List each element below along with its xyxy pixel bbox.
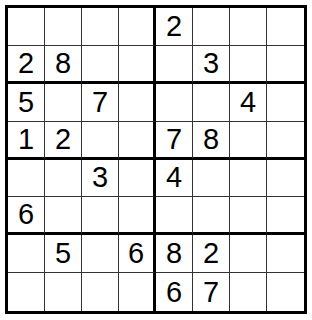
cell-r1c1-empty[interactable] [8,8,45,46]
cell-r7c6-given: 2 [193,235,230,273]
cell-r3c5-empty[interactable] [156,84,193,122]
cell-r6c4-empty[interactable] [119,197,156,235]
cell-r4c6-given: 8 [193,122,230,160]
cell-r3c3-given: 7 [82,84,119,122]
cell-r7c3-empty[interactable] [82,235,119,273]
cell-r3c7-given: 4 [230,84,267,122]
cell-r2c3-empty[interactable] [82,46,119,84]
cell-r8c5-given: 6 [156,273,193,311]
cell-r8c1-empty[interactable] [8,273,45,311]
cell-r2c6-given: 3 [193,46,230,84]
cell-r5c4-empty[interactable] [119,160,156,198]
cell-r4c3-empty[interactable] [82,122,119,160]
cell-r4c2-given: 2 [45,122,82,160]
cell-r8c2-empty[interactable] [45,273,82,311]
cell-r7c4-given: 6 [119,235,156,273]
cell-r6c5-empty[interactable] [156,197,193,235]
cell-r1c2-empty[interactable] [45,8,82,46]
cell-r1c4-empty[interactable] [119,8,156,46]
cell-r5c3-given: 3 [82,160,119,198]
cell-r7c7-empty[interactable] [230,235,267,273]
cell-r1c3-empty[interactable] [82,8,119,46]
cell-r6c2-empty[interactable] [45,197,82,235]
cell-r4c8-empty[interactable] [267,122,304,160]
cell-r8c4-empty[interactable] [119,273,156,311]
cell-r2c5-empty[interactable] [156,46,193,84]
cell-r5c7-empty[interactable] [230,160,267,198]
cell-r4c5-given: 7 [156,122,193,160]
cell-r1c7-empty[interactable] [230,8,267,46]
cell-r8c6-given: 7 [193,273,230,311]
cell-r3c1-given: 5 [8,84,45,122]
cell-r7c2-given: 5 [45,235,82,273]
cell-r8c8-empty[interactable] [267,273,304,311]
cell-r6c3-empty[interactable] [82,197,119,235]
cell-r2c2-given: 8 [45,46,82,84]
cell-r5c1-empty[interactable] [8,160,45,198]
cell-r4c1-given: 1 [8,122,45,160]
cell-r4c7-empty[interactable] [230,122,267,160]
cell-r2c4-empty[interactable] [119,46,156,84]
cell-r7c1-empty[interactable] [8,235,45,273]
cell-r7c8-empty[interactable] [267,235,304,273]
cell-r3c2-empty[interactable] [45,84,82,122]
cell-r6c7-empty[interactable] [230,197,267,235]
cell-r1c8-empty[interactable] [267,8,304,46]
cell-r3c4-empty[interactable] [119,84,156,122]
cell-r6c6-empty[interactable] [193,197,230,235]
cell-r5c2-empty[interactable] [45,160,82,198]
cell-r7c5-given: 8 [156,235,193,273]
cell-r6c8-empty[interactable] [267,197,304,235]
cell-r8c7-empty[interactable] [230,273,267,311]
cell-r4c4-empty[interactable] [119,122,156,160]
cell-r2c7-empty[interactable] [230,46,267,84]
cell-r5c5-given: 4 [156,160,193,198]
cell-r5c8-empty[interactable] [267,160,304,198]
cell-r8c3-empty[interactable] [82,273,119,311]
cell-r5c6-empty[interactable] [193,160,230,198]
cell-r2c1-given: 2 [8,46,45,84]
sudoku-board: 22835741278346568267 [5,5,307,314]
cell-r3c8-empty[interactable] [267,84,304,122]
cell-r3c6-empty[interactable] [193,84,230,122]
cell-r1c6-empty[interactable] [193,8,230,46]
cell-r2c8-empty[interactable] [267,46,304,84]
cell-r1c5-given: 2 [156,8,193,46]
cell-r6c1-given: 6 [8,197,45,235]
